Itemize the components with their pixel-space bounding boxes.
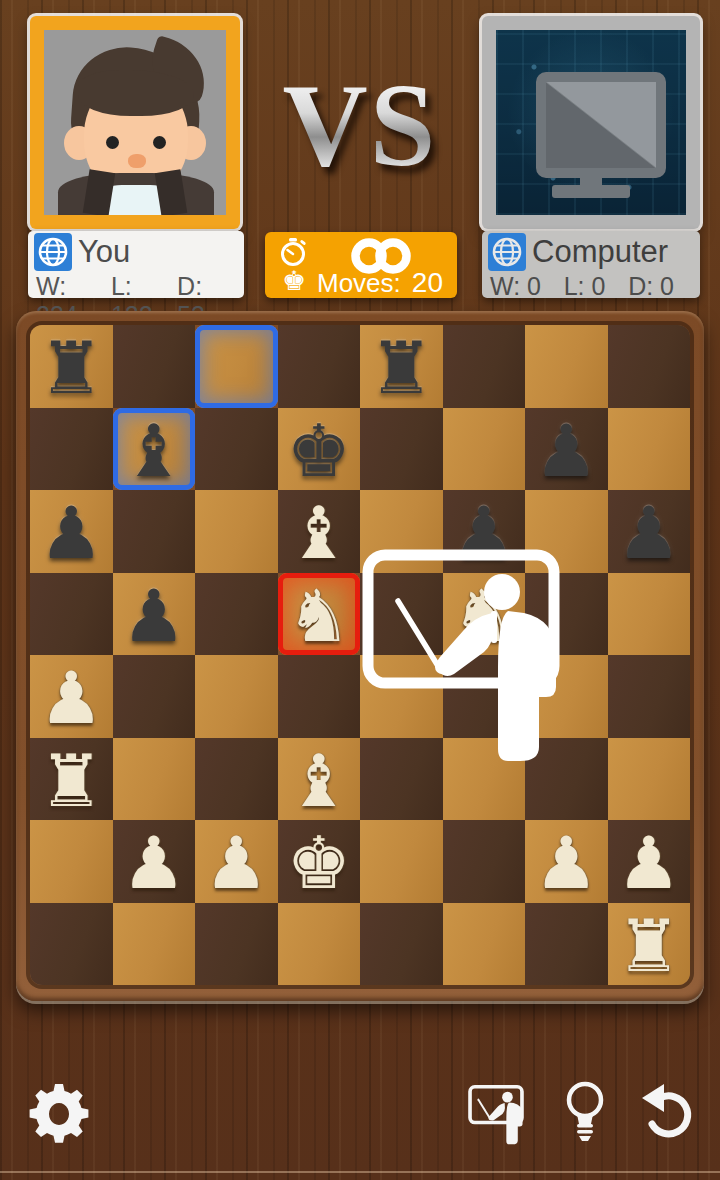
square-b3[interactable] xyxy=(113,738,196,821)
square-h6[interactable]: ♟ xyxy=(608,490,691,573)
white-pawn-h2: ♟ xyxy=(608,820,691,903)
moves-label: Moves: xyxy=(317,268,401,299)
square-c3[interactable] xyxy=(195,738,278,821)
match-panel: ♚ Moves: 20 xyxy=(265,232,457,298)
black-rook-e8: ♜ xyxy=(360,325,443,408)
white-rook-h1: ♜ xyxy=(608,903,691,986)
square-e5[interactable] xyxy=(360,573,443,656)
white-king-icon: ♚ xyxy=(279,266,309,296)
black-pawn-a6: ♟ xyxy=(30,490,113,573)
square-g7[interactable]: ♟ xyxy=(525,408,608,491)
square-h2[interactable]: ♟ xyxy=(608,820,691,903)
square-g4[interactable] xyxy=(525,655,608,738)
square-b5[interactable]: ♟ xyxy=(113,573,196,656)
square-f3[interactable] xyxy=(443,738,526,821)
square-d7[interactable]: ♚ xyxy=(278,408,361,491)
computer-stats: W: 0 L: 0 D: 0 xyxy=(482,272,700,301)
square-d8[interactable] xyxy=(278,325,361,408)
black-pawn-b5: ♟ xyxy=(113,573,196,656)
square-f5[interactable]: ♞ xyxy=(443,573,526,656)
square-g5[interactable] xyxy=(525,573,608,656)
square-c1[interactable] xyxy=(195,903,278,986)
square-h4[interactable] xyxy=(608,655,691,738)
player-avatar xyxy=(30,16,240,229)
square-d6[interactable]: ♝ xyxy=(278,490,361,573)
square-g1[interactable] xyxy=(525,903,608,986)
square-b6[interactable] xyxy=(113,490,196,573)
square-a6[interactable]: ♟ xyxy=(30,490,113,573)
square-b1[interactable] xyxy=(113,903,196,986)
chess-board[interactable]: ♜♜♝♚♟♟♝♟♟♟♞♞♟♜♝♟♟♚♟♟♜ xyxy=(30,325,690,985)
black-king-d7: ♚ xyxy=(278,408,361,491)
square-f6[interactable]: ♟ xyxy=(443,490,526,573)
square-h1[interactable]: ♜ xyxy=(608,903,691,986)
square-e8[interactable]: ♜ xyxy=(360,325,443,408)
square-e4[interactable] xyxy=(360,655,443,738)
hint-lightbulb-icon[interactable] xyxy=(562,1080,608,1144)
white-pawn-g2: ♟ xyxy=(525,820,608,903)
square-b2[interactable]: ♟ xyxy=(113,820,196,903)
square-d3[interactable]: ♝ xyxy=(278,738,361,821)
square-c4[interactable] xyxy=(195,655,278,738)
white-pawn-b2: ♟ xyxy=(113,820,196,903)
white-knight-d5: ♞ xyxy=(278,573,361,656)
white-pawn-c2: ♟ xyxy=(195,820,278,903)
square-a8[interactable]: ♜ xyxy=(30,325,113,408)
black-bishop-b7: ♝ xyxy=(113,408,196,491)
square-a3[interactable]: ♜ xyxy=(30,738,113,821)
square-c8[interactable] xyxy=(195,325,278,408)
square-g6[interactable] xyxy=(525,490,608,573)
square-d2[interactable]: ♚ xyxy=(278,820,361,903)
square-a2[interactable] xyxy=(30,820,113,903)
computer-wins: W: 0 xyxy=(490,272,541,301)
moves-count: 20 xyxy=(412,267,443,299)
square-a5[interactable] xyxy=(30,573,113,656)
square-a7[interactable] xyxy=(30,408,113,491)
globe-icon xyxy=(488,233,526,271)
computer-losses: L: 0 xyxy=(564,272,606,301)
black-pawn-g7: ♟ xyxy=(525,408,608,491)
black-pawn-h6: ♟ xyxy=(608,490,691,573)
tutor-toggle-icon[interactable] xyxy=(462,1084,530,1146)
bottom-divider xyxy=(0,1171,720,1173)
square-g3[interactable] xyxy=(525,738,608,821)
square-b8[interactable] xyxy=(113,325,196,408)
player-name: You xyxy=(78,234,130,270)
chess-board-frame: ♜♜♝♚♟♟♝♟♟♟♞♞♟♜♝♟♟♚♟♟♜ xyxy=(16,311,704,1001)
app-screen: VS You W: 234 L: 122 D: 53 xyxy=(0,0,720,1180)
square-d1[interactable] xyxy=(278,903,361,986)
square-f7[interactable] xyxy=(443,408,526,491)
square-c2[interactable]: ♟ xyxy=(195,820,278,903)
computer-avatar xyxy=(482,16,700,229)
square-f2[interactable] xyxy=(443,820,526,903)
square-f4[interactable] xyxy=(443,655,526,738)
globe-icon xyxy=(34,233,72,271)
white-pawn-a4: ♟ xyxy=(30,655,113,738)
white-bishop-d6: ♝ xyxy=(278,490,361,573)
settings-gear-icon[interactable] xyxy=(26,1080,92,1146)
square-a1[interactable] xyxy=(30,903,113,986)
square-e1[interactable] xyxy=(360,903,443,986)
computer-plate: Computer W: 0 L: 0 D: 0 xyxy=(482,231,700,298)
square-g8[interactable] xyxy=(525,325,608,408)
black-pawn-f6: ♟ xyxy=(443,490,526,573)
black-rook-a8: ♜ xyxy=(30,325,113,408)
versus-label: VS xyxy=(244,56,476,206)
white-king-d2: ♚ xyxy=(278,820,361,903)
square-c6[interactable] xyxy=(195,490,278,573)
square-c5[interactable] xyxy=(195,573,278,656)
stopwatch-icon xyxy=(279,237,307,267)
square-b4[interactable] xyxy=(113,655,196,738)
player-plate: You W: 234 L: 122 D: 53 xyxy=(28,231,244,298)
square-f1[interactable] xyxy=(443,903,526,986)
square-b7[interactable]: ♝ xyxy=(113,408,196,491)
square-h7[interactable] xyxy=(608,408,691,491)
player-avatar-photo xyxy=(44,30,226,215)
square-d4[interactable] xyxy=(278,655,361,738)
square-f8[interactable] xyxy=(443,325,526,408)
computer-name: Computer xyxy=(532,234,668,270)
square-e3[interactable] xyxy=(360,738,443,821)
computer-avatar-photo xyxy=(496,30,686,215)
square-e7[interactable] xyxy=(360,408,443,491)
square-e6[interactable] xyxy=(360,490,443,573)
white-bishop-d3: ♝ xyxy=(278,738,361,821)
white-rook-a3: ♜ xyxy=(30,738,113,821)
square-h8[interactable] xyxy=(608,325,691,408)
square-c7[interactable] xyxy=(195,408,278,491)
computer-draws: D: 0 xyxy=(628,272,674,301)
undo-arrow-icon[interactable] xyxy=(638,1082,698,1142)
square-h3[interactable] xyxy=(608,738,691,821)
square-e2[interactable] xyxy=(360,820,443,903)
square-a4[interactable]: ♟ xyxy=(30,655,113,738)
white-knight-f5: ♞ xyxy=(443,573,526,656)
square-d5[interactable]: ♞ xyxy=(278,573,361,656)
square-g2[interactable]: ♟ xyxy=(525,820,608,903)
square-h5[interactable] xyxy=(608,573,691,656)
